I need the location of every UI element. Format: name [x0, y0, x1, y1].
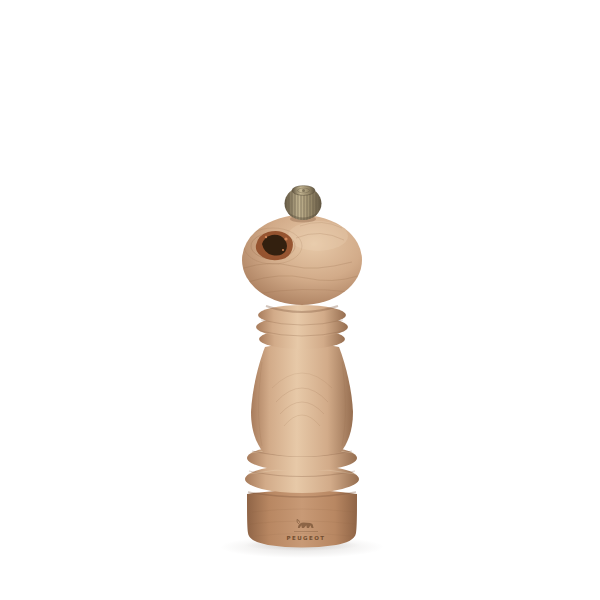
- pepper-mill: PEUGEOT: [242, 186, 362, 548]
- dome-head: [242, 215, 362, 305]
- knob-screw: [302, 189, 305, 192]
- studio-backdrop: PEUGEOT: [0, 0, 600, 600]
- collar-beads: [256, 305, 348, 349]
- mill-base: PEUGEOT: [247, 490, 357, 548]
- vase-body: [251, 343, 353, 457]
- stamp-text: PEUGEOT: [287, 535, 326, 541]
